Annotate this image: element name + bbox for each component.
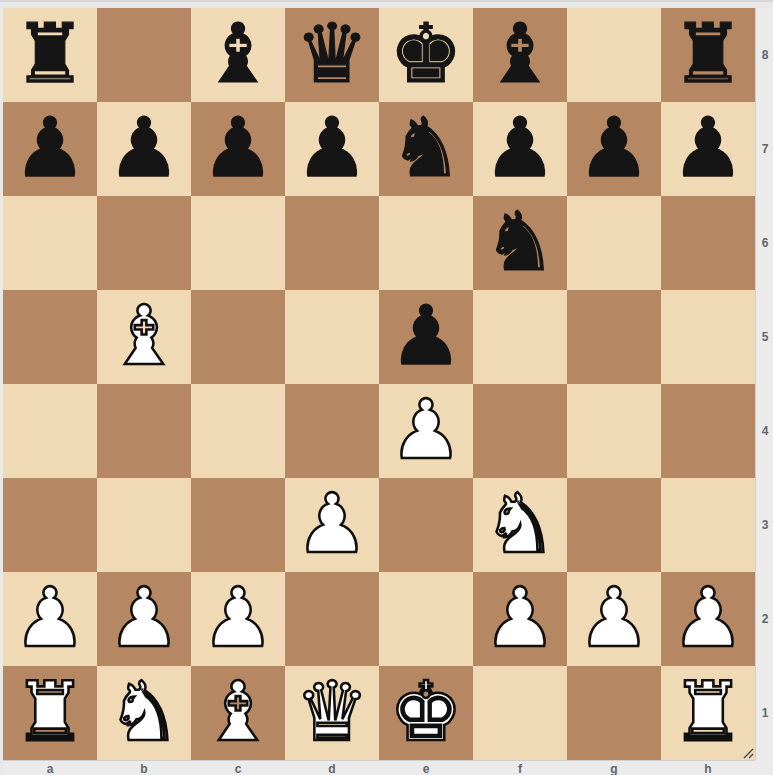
square-c2[interactable]: ♟ [191,572,285,666]
square-d2[interactable] [285,572,379,666]
square-e8[interactable]: ♚ [379,8,473,102]
file-label-f: f [473,761,567,775]
square-c6[interactable] [191,196,285,290]
square-g2[interactable]: ♟ [567,572,661,666]
piece-black-pawn-e5[interactable]: ♟ [379,290,473,384]
square-f8[interactable]: ♝ [473,8,567,102]
square-h7[interactable]: ♟ [661,102,755,196]
rank-label-3: 3 [756,478,773,572]
square-a3[interactable] [3,478,97,572]
square-e7[interactable]: ♞ [379,102,473,196]
square-g7[interactable]: ♟ [567,102,661,196]
square-e1[interactable]: ♚ [379,666,473,760]
square-b8[interactable] [97,8,191,102]
square-h5[interactable] [661,290,755,384]
square-b7[interactable]: ♟ [97,102,191,196]
square-c3[interactable] [191,478,285,572]
board-resize-handle[interactable] [741,746,755,760]
file-label-g: g [567,761,661,775]
piece-white-rook-a1[interactable]: ♜ [3,666,97,760]
piece-black-queen-d8[interactable]: ♛ [285,8,379,102]
square-d8[interactable]: ♛ [285,8,379,102]
piece-white-knight-b1[interactable]: ♞ [97,666,191,760]
square-a2[interactable]: ♟ [3,572,97,666]
piece-black-pawn-g7[interactable]: ♟ [567,102,661,196]
square-h3[interactable] [661,478,755,572]
piece-white-pawn-f2[interactable]: ♟ [473,572,567,666]
square-h2[interactable]: ♟ [661,572,755,666]
piece-white-pawn-e4[interactable]: ♟ [379,384,473,478]
square-f4[interactable] [473,384,567,478]
square-d1[interactable]: ♛ [285,666,379,760]
square-g3[interactable] [567,478,661,572]
square-b3[interactable] [97,478,191,572]
square-f6[interactable]: ♞ [473,196,567,290]
piece-black-bishop-f8[interactable]: ♝ [473,8,567,102]
square-c1[interactable]: ♝ [191,666,285,760]
piece-black-rook-a8[interactable]: ♜ [3,8,97,102]
square-e2[interactable] [379,572,473,666]
piece-black-pawn-a7[interactable]: ♟ [3,102,97,196]
square-a4[interactable] [3,384,97,478]
square-g5[interactable] [567,290,661,384]
file-label-e: e [379,761,473,775]
piece-white-pawn-h2[interactable]: ♟ [661,572,755,666]
square-g8[interactable] [567,8,661,102]
square-c5[interactable] [191,290,285,384]
rank-label-4: 4 [756,384,773,478]
window-top-edge [0,0,773,2]
piece-black-knight-f6[interactable]: ♞ [473,196,567,290]
piece-black-pawn-c7[interactable]: ♟ [191,102,285,196]
square-b4[interactable] [97,384,191,478]
square-c7[interactable]: ♟ [191,102,285,196]
square-f2[interactable]: ♟ [473,572,567,666]
piece-black-pawn-b7[interactable]: ♟ [97,102,191,196]
piece-black-bishop-c8[interactable]: ♝ [191,8,285,102]
square-c4[interactable] [191,384,285,478]
piece-white-king-e1[interactable]: ♚ [379,666,473,760]
file-label-h: h [661,761,755,775]
rank-label-6: 6 [756,196,773,290]
square-b1[interactable]: ♞ [97,666,191,760]
file-labels: abcdefgh [3,760,755,775]
piece-white-pawn-c2[interactable]: ♟ [191,572,285,666]
piece-white-pawn-g2[interactable]: ♟ [567,572,661,666]
square-g1[interactable] [567,666,661,760]
square-f1[interactable] [473,666,567,760]
square-a8[interactable]: ♜ [3,8,97,102]
piece-black-king-e8[interactable]: ♚ [379,8,473,102]
square-d7[interactable]: ♟ [285,102,379,196]
piece-black-pawn-f7[interactable]: ♟ [473,102,567,196]
file-label-a: a [3,761,97,775]
piece-white-bishop-c1[interactable]: ♝ [191,666,285,760]
rank-labels: 87654321 [755,8,773,760]
square-a1[interactable]: ♜ [3,666,97,760]
file-label-b: b [97,761,191,775]
square-h8[interactable]: ♜ [661,8,755,102]
piece-white-pawn-d3[interactable]: ♟ [285,478,379,572]
square-e6[interactable] [379,196,473,290]
square-d6[interactable] [285,196,379,290]
square-c8[interactable]: ♝ [191,8,285,102]
square-g4[interactable] [567,384,661,478]
square-d5[interactable] [285,290,379,384]
square-a6[interactable] [3,196,97,290]
piece-white-knight-f3[interactable]: ♞ [473,478,567,572]
square-e4[interactable]: ♟ [379,384,473,478]
file-label-d: d [285,761,379,775]
square-b2[interactable]: ♟ [97,572,191,666]
square-f3[interactable]: ♞ [473,478,567,572]
rank-label-7: 7 [756,102,773,196]
diagonal-resize-icon [741,746,755,760]
square-b6[interactable] [97,196,191,290]
square-b5[interactable]: ♝ [97,290,191,384]
file-label-c: c [191,761,285,775]
rank-label-2: 2 [756,572,773,666]
square-h6[interactable] [661,196,755,290]
square-f5[interactable] [473,290,567,384]
square-d3[interactable]: ♟ [285,478,379,572]
piece-white-pawn-b2[interactable]: ♟ [97,572,191,666]
rank-label-1: 1 [756,666,773,760]
board-corner-fill [755,760,773,775]
chess-board: ♜♝♛♚♝♜♟♟♟♟♞♟♟♟♞♝♟♟♟♞♟♟♟♟♟♟♜♞♝♛♚♜ [3,8,755,760]
piece-white-queen-d1[interactable]: ♛ [285,666,379,760]
piece-black-pawn-h7[interactable]: ♟ [661,102,755,196]
rank-label-5: 5 [756,290,773,384]
square-d4[interactable] [285,384,379,478]
piece-black-pawn-d7[interactable]: ♟ [285,102,379,196]
rank-label-8: 8 [756,8,773,102]
square-a7[interactable]: ♟ [3,102,97,196]
square-g6[interactable] [567,196,661,290]
square-e5[interactable]: ♟ [379,290,473,384]
piece-white-bishop-b5[interactable]: ♝ [97,290,191,384]
square-h4[interactable] [661,384,755,478]
piece-black-rook-h8[interactable]: ♜ [661,8,755,102]
piece-white-pawn-a2[interactable]: ♟ [3,572,97,666]
piece-black-knight-e7[interactable]: ♞ [379,102,473,196]
square-a5[interactable] [3,290,97,384]
square-f7[interactable]: ♟ [473,102,567,196]
square-e3[interactable] [379,478,473,572]
